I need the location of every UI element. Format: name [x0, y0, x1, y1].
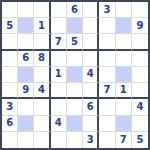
sudoku-cell-r5c3[interactable] — [34, 67, 50, 83]
sudoku-cell-r9c3[interactable] — [34, 132, 50, 148]
sudoku-cell-r8c4[interactable]: 4 — [51, 116, 67, 132]
sudoku-cell-r8c3[interactable] — [34, 116, 50, 132]
sudoku-cell-r8c7[interactable] — [99, 116, 115, 132]
sudoku-cell-r1c5[interactable]: 6 — [67, 2, 83, 18]
sudoku-cell-r7c8[interactable] — [116, 99, 132, 115]
sudoku-cell-r9c8[interactable]: 7 — [116, 132, 132, 148]
sudoku-cell-r6c8[interactable]: 1 — [116, 83, 132, 99]
sudoku-cell-r5c2[interactable] — [18, 67, 34, 83]
sudoku-cell-r4c9[interactable] — [132, 51, 148, 67]
sudoku-cell-r8c1[interactable]: 6 — [2, 116, 18, 132]
sudoku-cell-r8c2[interactable] — [18, 116, 34, 132]
sudoku-cell-r6c3[interactable]: 4 — [34, 83, 50, 99]
sudoku-cell-r6c4[interactable] — [51, 83, 67, 99]
sudoku-cell-r2c2[interactable] — [18, 18, 34, 34]
sudoku-cell-r6c2[interactable]: 9 — [18, 83, 34, 99]
sudoku-cell-r9c4[interactable] — [51, 132, 67, 148]
sudoku-cell-r9c2[interactable] — [18, 132, 34, 148]
sudoku-cell-r9c7[interactable] — [99, 132, 115, 148]
sudoku-cell-r9c9[interactable]: 5 — [132, 132, 148, 148]
sudoku-cell-r1c3[interactable] — [34, 2, 50, 18]
sudoku-cell-r3c3[interactable] — [34, 34, 50, 50]
sudoku-cell-r3c9[interactable] — [132, 34, 148, 50]
sudoku-cell-r7c5[interactable] — [67, 99, 83, 115]
sudoku-cell-r7c7[interactable] — [99, 99, 115, 115]
sudoku-cell-r4c4[interactable] — [51, 51, 67, 67]
sudoku-cell-r8c6[interactable] — [83, 116, 99, 132]
sudoku-cell-r7c1[interactable]: 3 — [2, 99, 18, 115]
sudoku-cell-r6c6[interactable] — [83, 83, 99, 99]
sudoku-cell-r3c8[interactable] — [116, 34, 132, 50]
sudoku-cell-r1c4[interactable] — [51, 2, 67, 18]
sudoku-cell-r7c6[interactable]: 6 — [83, 99, 99, 115]
sudoku-cell-r4c6[interactable] — [83, 51, 99, 67]
sudoku-cell-r2c9[interactable]: 9 — [132, 18, 148, 34]
sudoku-cell-r7c2[interactable] — [18, 99, 34, 115]
sudoku-cell-r8c8[interactable] — [116, 116, 132, 132]
sudoku-cell-r5c8[interactable] — [116, 67, 132, 83]
sudoku-cell-r9c1[interactable] — [2, 132, 18, 148]
sudoku-cell-r1c9[interactable] — [132, 2, 148, 18]
sudoku-cell-r6c1[interactable] — [2, 83, 18, 99]
sudoku-cell-r1c6[interactable] — [83, 2, 99, 18]
sudoku-cell-r3c5[interactable]: 5 — [67, 34, 83, 50]
sudoku-cell-r9c5[interactable] — [67, 132, 83, 148]
sudoku-cell-r3c6[interactable] — [83, 34, 99, 50]
sudoku-cell-r1c8[interactable] — [116, 2, 132, 18]
sudoku-cell-r2c7[interactable] — [99, 18, 115, 34]
sudoku-cell-r2c1[interactable]: 5 — [2, 18, 18, 34]
sudoku-cell-r6c9[interactable] — [132, 83, 148, 99]
sudoku-cell-r4c8[interactable] — [116, 51, 132, 67]
sudoku-cell-r5c1[interactable] — [2, 67, 18, 83]
sudoku-cell-r2c6[interactable] — [83, 18, 99, 34]
sudoku-cell-r2c8[interactable] — [116, 18, 132, 34]
sudoku-cell-r7c3[interactable] — [34, 99, 50, 115]
sudoku-cell-r4c3[interactable]: 8 — [34, 51, 50, 67]
sudoku-cell-r1c7[interactable]: 3 — [99, 2, 115, 18]
sudoku-cell-r1c1[interactable] — [2, 2, 18, 18]
sudoku-cell-r2c4[interactable] — [51, 18, 67, 34]
sudoku-cell-r2c5[interactable] — [67, 18, 83, 34]
sudoku-cell-r5c7[interactable] — [99, 67, 115, 83]
sudoku-cell-r5c5[interactable] — [67, 67, 83, 83]
sudoku-cell-r1c2[interactable] — [18, 2, 34, 18]
sudoku-cell-r3c2[interactable] — [18, 34, 34, 50]
sudoku-cell-r3c4[interactable]: 7 — [51, 34, 67, 50]
sudoku-cell-r4c7[interactable] — [99, 51, 115, 67]
sudoku-cell-r4c2[interactable]: 6 — [18, 51, 34, 67]
sudoku-cell-r2c3[interactable]: 1 — [34, 18, 50, 34]
sudoku-cell-r4c1[interactable] — [2, 51, 18, 67]
sudoku-cell-r8c9[interactable] — [132, 116, 148, 132]
sudoku-cell-r9c6[interactable]: 3 — [83, 132, 99, 148]
sudoku-cell-r7c9[interactable]: 4 — [132, 99, 148, 115]
sudoku-cell-r5c4[interactable]: 1 — [51, 67, 67, 83]
sudoku-cell-r7c4[interactable] — [51, 99, 67, 115]
sudoku-board: 63519756814947136464375 — [0, 0, 150, 150]
sudoku-cell-r4c5[interactable] — [67, 51, 83, 67]
sudoku-cell-r6c7[interactable]: 7 — [99, 83, 115, 99]
sudoku-cell-r5c9[interactable] — [132, 67, 148, 83]
sudoku-cell-r3c1[interactable] — [2, 34, 18, 50]
sudoku-cell-r3c7[interactable] — [99, 34, 115, 50]
sudoku-cell-r8c5[interactable] — [67, 116, 83, 132]
sudoku-cell-r6c5[interactable] — [67, 83, 83, 99]
sudoku-cell-r5c6[interactable]: 4 — [83, 67, 99, 83]
